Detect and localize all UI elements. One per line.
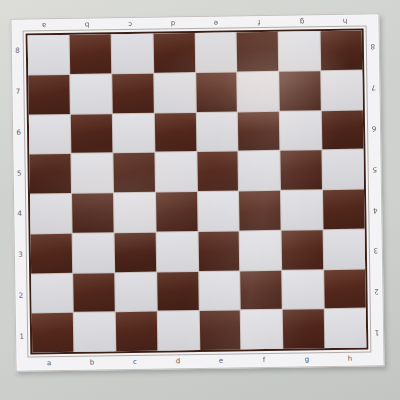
rank-label-left-1: 1	[16, 317, 28, 358]
square-d8	[153, 33, 194, 72]
square-g2	[282, 270, 323, 309]
square-h8	[321, 31, 362, 70]
square-g5	[281, 150, 322, 189]
square-g3	[282, 230, 323, 269]
square-f8	[237, 32, 278, 71]
file-label-bottom-c: c	[113, 356, 156, 370]
square-f1	[241, 310, 282, 349]
square-h4	[323, 190, 364, 229]
square-c8	[111, 34, 152, 73]
square-a3	[31, 234, 72, 273]
square-e2	[199, 271, 240, 310]
square-e3	[198, 231, 239, 270]
square-a4	[30, 194, 71, 233]
rank-label-left-6: 6	[13, 112, 25, 153]
file-label-bottom-a: a	[27, 357, 70, 371]
square-d5	[155, 152, 196, 191]
file-label-top-g: g	[280, 15, 323, 27]
rank-label-left-2: 2	[15, 276, 27, 317]
square-b2	[73, 273, 114, 312]
square-d7	[154, 73, 195, 112]
checkerboard	[28, 31, 367, 353]
square-b6	[71, 114, 112, 153]
rank-label-right-5: 5	[368, 148, 381, 189]
square-b1	[74, 312, 115, 351]
square-h6	[322, 110, 363, 149]
rank-label-left-4: 4	[14, 194, 26, 235]
rank-label-right-2: 2	[370, 271, 383, 312]
square-g1	[283, 309, 324, 348]
file-label-top-c: c	[108, 18, 151, 30]
file-label-bottom-d: d	[156, 355, 199, 369]
square-f4	[239, 191, 280, 230]
square-h5	[323, 150, 364, 189]
square-g7	[279, 71, 320, 110]
square-a2	[31, 273, 72, 312]
square-c3	[114, 232, 155, 271]
square-e4	[197, 191, 238, 230]
square-c5	[113, 153, 154, 192]
square-f2	[241, 270, 282, 309]
square-c4	[114, 193, 155, 232]
square-e5	[197, 152, 238, 191]
photo-background: abcdefgh 87654321 87654321 abcdefgh	[0, 0, 400, 400]
square-a5	[29, 154, 70, 193]
square-h3	[324, 229, 365, 268]
square-h1	[325, 309, 366, 348]
rank-label-right-1: 1	[371, 311, 384, 352]
file-label-top-f: f	[237, 16, 280, 28]
file-label-bottom-f: f	[242, 354, 285, 368]
square-e6	[196, 112, 237, 151]
square-f5	[239, 151, 280, 190]
square-b8	[70, 34, 111, 73]
square-f7	[238, 72, 279, 111]
square-b5	[71, 154, 112, 193]
square-c7	[112, 73, 153, 112]
square-d2	[157, 272, 198, 311]
square-g8	[279, 31, 320, 70]
square-b3	[72, 233, 113, 272]
square-b7	[70, 74, 111, 113]
square-e1	[199, 311, 240, 350]
square-b4	[72, 193, 113, 232]
square-d6	[154, 113, 195, 152]
file-label-top-h: h	[323, 14, 366, 26]
chess-mat: abcdefgh 87654321 87654321 abcdefgh	[10, 13, 384, 371]
square-d3	[156, 232, 197, 271]
rank-label-right-6: 6	[368, 107, 381, 148]
square-h7	[321, 70, 362, 109]
file-label-bottom-e: e	[199, 354, 242, 368]
board-frame	[23, 25, 372, 357]
file-label-bottom-h: h	[328, 352, 371, 366]
file-label-top-b: b	[65, 18, 108, 30]
square-e7	[196, 72, 237, 111]
rank-label-left-5: 5	[13, 153, 25, 194]
file-label-top-e: e	[194, 16, 237, 28]
rank-label-right-8: 8	[367, 25, 380, 66]
square-g6	[280, 111, 321, 150]
square-d1	[157, 311, 198, 350]
square-f3	[240, 231, 281, 270]
square-g4	[281, 190, 322, 229]
square-e8	[195, 32, 236, 71]
square-d4	[156, 192, 197, 231]
file-label-bottom-g: g	[285, 353, 328, 367]
square-a8	[28, 35, 69, 74]
rank-label-left-7: 7	[12, 71, 24, 112]
square-a6	[29, 114, 70, 153]
rank-label-right-7: 7	[367, 66, 380, 107]
rank-label-right-4: 4	[369, 189, 382, 230]
file-label-top-a: a	[22, 19, 65, 31]
rank-label-right-3: 3	[370, 230, 383, 271]
rank-label-left-8: 8	[12, 31, 24, 72]
square-c1	[116, 312, 157, 351]
square-c2	[115, 272, 156, 311]
square-c6	[113, 113, 154, 152]
square-f6	[238, 111, 279, 150]
file-label-top-d: d	[151, 17, 194, 29]
rank-label-left-3: 3	[15, 235, 27, 276]
square-h2	[324, 269, 365, 308]
square-a1	[32, 313, 73, 352]
file-label-bottom-b: b	[70, 356, 113, 370]
board-frame-inner	[26, 29, 369, 355]
square-a7	[28, 75, 69, 114]
